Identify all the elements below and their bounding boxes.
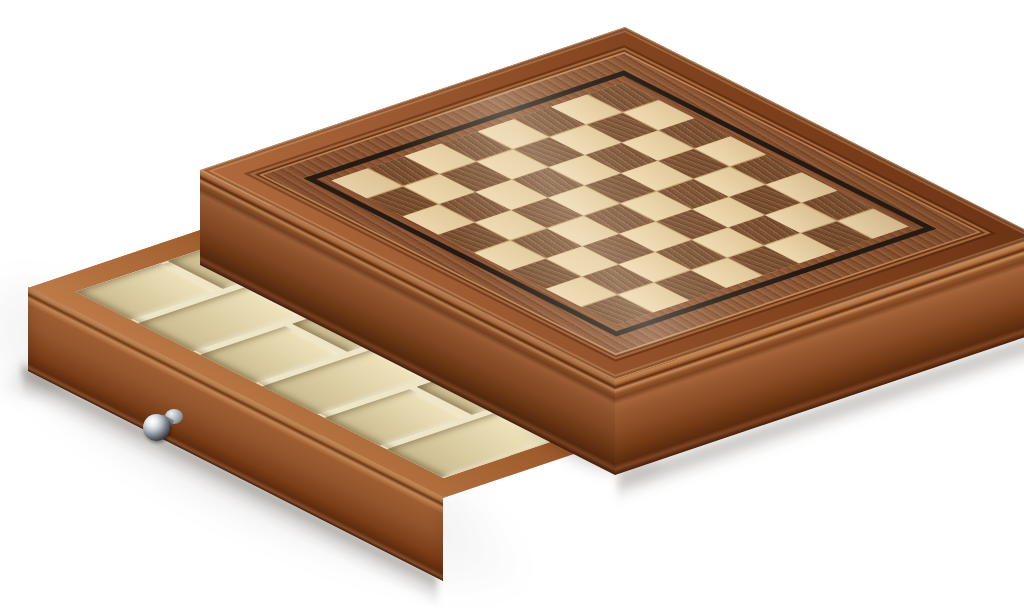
drawer-knob[interactable] (142, 404, 186, 446)
knob-ball-icon (143, 414, 170, 441)
product-photo-chess-case: { "game": "chess", "position": "8/8/8/8/… (0, 0, 1024, 614)
